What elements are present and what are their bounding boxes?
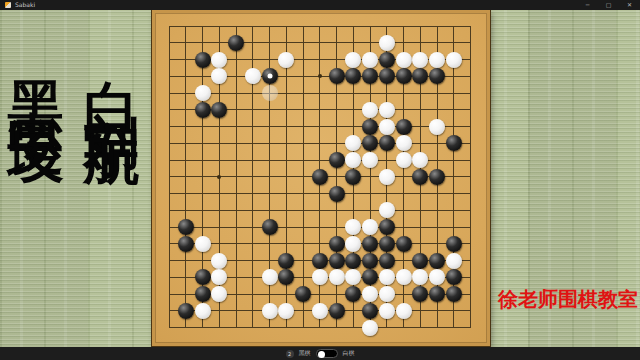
grid-line-vertical — [470, 26, 471, 328]
black-stone — [211, 102, 227, 118]
black-stone — [379, 219, 395, 235]
white-stone — [345, 269, 361, 285]
grid-line-horizontal — [169, 243, 471, 244]
white-stone — [262, 269, 278, 285]
white-stone — [329, 269, 345, 285]
white-stone-label: 白棋 — [343, 349, 355, 358]
black-stone — [362, 236, 378, 252]
black-stone — [396, 68, 412, 84]
black-stone — [195, 286, 211, 302]
white-stone — [396, 52, 412, 68]
white-stone — [396, 269, 412, 285]
white-player-column: 白刘宇航 — [84, 36, 140, 90]
white-stone — [362, 219, 378, 235]
white-stone — [379, 102, 395, 118]
black-stone-label: 黑棋 — [299, 349, 311, 358]
white-stone — [195, 236, 211, 252]
star-point — [217, 175, 221, 179]
white-stone — [278, 303, 294, 319]
grid-line-horizontal — [169, 327, 471, 328]
black-player-column: 黑申旻埈 — [8, 36, 64, 90]
black-stone — [329, 68, 345, 84]
black-stone — [262, 219, 278, 235]
black-stone — [412, 169, 428, 185]
black-stone — [312, 169, 328, 185]
black-stone — [195, 52, 211, 68]
black-stone — [379, 68, 395, 84]
close-button[interactable]: ✕ — [619, 0, 640, 10]
star-point — [318, 74, 322, 78]
grid-line-horizontal — [169, 210, 471, 211]
black-stone — [412, 286, 428, 302]
white-stone — [211, 68, 227, 84]
white-stone — [379, 202, 395, 218]
black-stone — [278, 269, 294, 285]
color-toggle[interactable] — [316, 349, 338, 358]
black-stone — [329, 152, 345, 168]
white-stone — [245, 68, 261, 84]
white-stone — [345, 219, 361, 235]
white-stone — [195, 85, 211, 101]
black-stone — [228, 35, 244, 51]
black-stone — [195, 102, 211, 118]
black-stone — [178, 219, 194, 235]
white-player-name: 刘宇航 — [80, 66, 145, 90]
black-stone — [345, 286, 361, 302]
black-stone — [178, 236, 194, 252]
white-stone — [412, 269, 428, 285]
maximize-button[interactable]: ▢ — [598, 0, 619, 10]
black-stone — [329, 236, 345, 252]
black-stone — [362, 135, 378, 151]
white-stone — [362, 320, 378, 336]
grid-line-horizontal — [169, 193, 471, 194]
white-stone — [262, 303, 278, 319]
white-stone — [396, 152, 412, 168]
sabaki-window: { "window": { "title": "Sabaki", "contro… — [0, 0, 640, 360]
black-stone — [362, 68, 378, 84]
black-stone — [412, 68, 428, 84]
app-icon — [5, 2, 11, 8]
black-stone — [362, 303, 378, 319]
black-stone — [429, 253, 445, 269]
white-stone — [429, 52, 445, 68]
black-stone — [195, 269, 211, 285]
black-stone — [429, 169, 445, 185]
black-stone — [362, 269, 378, 285]
bottom-bar: 2 黑棋 白棋 — [0, 347, 640, 360]
white-stone — [312, 269, 328, 285]
white-stone — [446, 52, 462, 68]
minimize-button[interactable]: ─ — [577, 0, 598, 10]
white-stone — [446, 253, 462, 269]
black-stone — [295, 286, 311, 302]
white-stone — [345, 52, 361, 68]
black-stone — [379, 135, 395, 151]
black-stone — [329, 303, 345, 319]
white-stone — [345, 135, 361, 151]
white-stone — [211, 253, 227, 269]
white-stone — [345, 236, 361, 252]
white-stone — [412, 52, 428, 68]
ghost-stone — [262, 85, 278, 101]
move-number-badge: 2 — [286, 350, 294, 358]
white-stone — [412, 152, 428, 168]
white-stone — [429, 269, 445, 285]
go-board[interactable] — [152, 10, 490, 346]
black-stone — [329, 253, 345, 269]
white-stone — [362, 286, 378, 302]
white-stone — [345, 152, 361, 168]
black-stone — [429, 68, 445, 84]
black-player-name: 申旻埈 — [4, 66, 69, 90]
white-stone — [379, 286, 395, 302]
white-stone — [379, 35, 395, 51]
black-stone — [312, 253, 328, 269]
white-stone — [195, 303, 211, 319]
white-stone — [379, 303, 395, 319]
white-stone — [211, 52, 227, 68]
white-stone — [278, 52, 294, 68]
black-stone — [345, 169, 361, 185]
white-stone — [379, 169, 395, 185]
toggle-knob — [318, 351, 325, 358]
black-stone — [396, 236, 412, 252]
black-stone — [278, 253, 294, 269]
black-stone — [412, 253, 428, 269]
white-stone — [396, 303, 412, 319]
white-stone — [211, 269, 227, 285]
white-stone — [362, 102, 378, 118]
black-stone — [362, 253, 378, 269]
black-stone — [178, 303, 194, 319]
black-stone — [446, 286, 462, 302]
black-stone — [446, 269, 462, 285]
white-stone — [312, 303, 328, 319]
black-stone — [446, 135, 462, 151]
last-move-marker — [267, 74, 272, 79]
black-stone — [379, 253, 395, 269]
black-stone — [379, 236, 395, 252]
white-stone — [379, 269, 395, 285]
black-stone — [396, 119, 412, 135]
white-stone — [211, 286, 227, 302]
black-stone — [345, 253, 361, 269]
white-stone — [362, 152, 378, 168]
black-stone — [429, 286, 445, 302]
black-stone — [446, 236, 462, 252]
black-stone — [329, 186, 345, 202]
watermark-text: 徐老师围棋教室 — [498, 286, 638, 313]
window-title: Sabaki — [15, 0, 35, 10]
black-stone — [262, 68, 278, 84]
black-stone — [345, 68, 361, 84]
white-stone — [362, 52, 378, 68]
white-stone — [429, 119, 445, 135]
black-stone — [379, 52, 395, 68]
white-stone — [379, 119, 395, 135]
grid-line-horizontal — [169, 227, 471, 228]
black-stone — [362, 119, 378, 135]
title-bar: Sabaki ─ ▢ ✕ — [0, 0, 640, 10]
white-stone — [396, 135, 412, 151]
